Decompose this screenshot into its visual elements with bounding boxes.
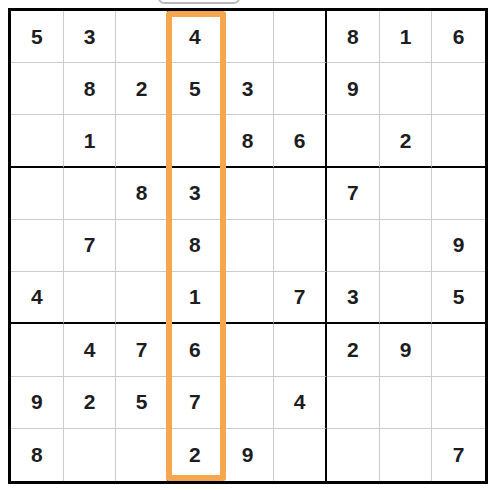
cell-r7c3[interactable]: 7	[116, 324, 169, 376]
cell-r4c5[interactable]	[222, 168, 275, 220]
cell-r1c7[interactable]: 8	[327, 11, 380, 63]
cell-r2c8[interactable]	[380, 63, 433, 115]
cell-r6c2[interactable]	[64, 272, 117, 324]
cell-r6c9[interactable]: 5	[432, 272, 485, 324]
cell-r5c7[interactable]	[327, 220, 380, 272]
cell-r7c5[interactable]	[222, 324, 275, 376]
cell-r8c5[interactable]	[222, 377, 275, 429]
cell-r8c2[interactable]: 2	[64, 377, 117, 429]
cell-r2c6[interactable]	[274, 63, 327, 115]
cell-r6c1[interactable]: 4	[11, 272, 64, 324]
cell-r9c9[interactable]: 7	[432, 429, 485, 481]
cell-r4c4[interactable]: 3	[169, 168, 222, 220]
cell-r2c2[interactable]: 8	[64, 63, 117, 115]
cell-r4c1[interactable]	[11, 168, 64, 220]
cell-r8c1[interactable]: 9	[11, 377, 64, 429]
cell-r7c8[interactable]: 9	[380, 324, 433, 376]
cell-r5c6[interactable]	[274, 220, 327, 272]
cell-r3c1[interactable]	[11, 115, 64, 167]
cell-r7c2[interactable]: 4	[64, 324, 117, 376]
cell-r8c9[interactable]	[432, 377, 485, 429]
cell-r2c7[interactable]: 9	[327, 63, 380, 115]
cell-r1c5[interactable]	[222, 11, 275, 63]
cell-r6c3[interactable]	[116, 272, 169, 324]
cell-r3c9[interactable]	[432, 115, 485, 167]
cell-r2c5[interactable]: 3	[222, 63, 275, 115]
cell-r2c4[interactable]: 5	[169, 63, 222, 115]
cell-r7c9[interactable]	[432, 324, 485, 376]
cell-r1c1[interactable]: 5	[11, 11, 64, 63]
cell-r5c1[interactable]	[11, 220, 64, 272]
cell-r5c9[interactable]: 9	[432, 220, 485, 272]
cell-r4c9[interactable]	[432, 168, 485, 220]
cell-r3c3[interactable]	[116, 115, 169, 167]
cell-r6c6[interactable]: 7	[274, 272, 327, 324]
cell-r8c7[interactable]	[327, 377, 380, 429]
cell-r1c4[interactable]: 4	[169, 11, 222, 63]
sudoku-grid: 5348168253918628377894173547629925748297	[11, 11, 485, 481]
cell-r9c5[interactable]: 9	[222, 429, 275, 481]
cell-r8c3[interactable]: 5	[116, 377, 169, 429]
cell-r9c1[interactable]: 8	[11, 429, 64, 481]
cell-r1c2[interactable]: 3	[64, 11, 117, 63]
cell-r3c8[interactable]: 2	[380, 115, 433, 167]
cell-r4c6[interactable]	[274, 168, 327, 220]
cell-r3c4[interactable]	[169, 115, 222, 167]
cell-r4c3[interactable]: 8	[116, 168, 169, 220]
cell-r2c9[interactable]	[432, 63, 485, 115]
cell-r1c9[interactable]: 6	[432, 11, 485, 63]
cell-r7c6[interactable]	[274, 324, 327, 376]
cell-r2c1[interactable]	[11, 63, 64, 115]
cell-r5c8[interactable]	[380, 220, 433, 272]
cell-r6c7[interactable]: 3	[327, 272, 380, 324]
cell-r3c5[interactable]: 8	[222, 115, 275, 167]
cell-r8c4[interactable]: 7	[169, 377, 222, 429]
cell-r3c6[interactable]: 6	[274, 115, 327, 167]
cell-r9c8[interactable]	[380, 429, 433, 481]
cell-r7c1[interactable]	[11, 324, 64, 376]
cropped-top-element	[158, 0, 240, 4]
cell-r3c7[interactable]	[327, 115, 380, 167]
cell-r5c3[interactable]	[116, 220, 169, 272]
cell-r8c6[interactable]: 4	[274, 377, 327, 429]
cell-r9c4[interactable]: 2	[169, 429, 222, 481]
cell-r5c4[interactable]: 8	[169, 220, 222, 272]
cell-r6c5[interactable]	[222, 272, 275, 324]
sudoku-board: 5348168253918628377894173547629925748297	[8, 8, 488, 484]
cell-r4c8[interactable]	[380, 168, 433, 220]
cell-r7c7[interactable]: 2	[327, 324, 380, 376]
cell-r1c6[interactable]	[274, 11, 327, 63]
cell-r1c3[interactable]	[116, 11, 169, 63]
cell-r1c8[interactable]: 1	[380, 11, 433, 63]
cell-r9c3[interactable]	[116, 429, 169, 481]
cell-r8c8[interactable]	[380, 377, 433, 429]
cell-r4c2[interactable]	[64, 168, 117, 220]
cell-r9c6[interactable]	[274, 429, 327, 481]
cell-r5c2[interactable]: 7	[64, 220, 117, 272]
cell-r4c7[interactable]: 7	[327, 168, 380, 220]
cell-r2c3[interactable]: 2	[116, 63, 169, 115]
cell-r9c2[interactable]	[64, 429, 117, 481]
cell-r9c7[interactable]	[327, 429, 380, 481]
cell-r7c4[interactable]: 6	[169, 324, 222, 376]
cell-r3c2[interactable]: 1	[64, 115, 117, 167]
cell-r6c4[interactable]: 1	[169, 272, 222, 324]
cell-r6c8[interactable]	[380, 272, 433, 324]
sudoku-app-screen: 5348168253918628377894173547629925748297	[0, 0, 494, 490]
cell-r5c5[interactable]	[222, 220, 275, 272]
